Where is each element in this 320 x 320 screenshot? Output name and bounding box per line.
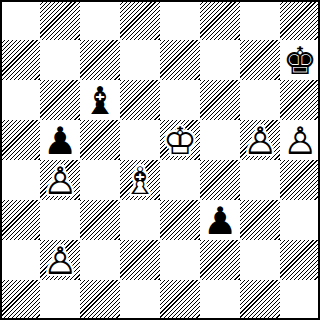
- square-c4[interactable]: [80, 160, 120, 200]
- piece-white-pawn[interactable]: ♟♙: [40, 160, 80, 200]
- square-b5[interactable]: ♟: [40, 120, 80, 160]
- piece-white-pawn[interactable]: ♟♙: [40, 240, 80, 280]
- square-a1[interactable]: [0, 280, 40, 320]
- pawn-glyph-outline: ♙: [40, 240, 80, 280]
- pawn-glyph-outline: ♙: [280, 120, 320, 160]
- bishop-glyph: ♝: [80, 80, 120, 120]
- square-c2[interactable]: [80, 240, 120, 280]
- square-a8[interactable]: [0, 0, 40, 40]
- square-a4[interactable]: [0, 160, 40, 200]
- chess-board: ♚♝♟♚♔♟♙♟♙♟♙♝♗♟♟♙: [0, 0, 320, 320]
- square-h5[interactable]: ♟♙: [280, 120, 320, 160]
- square-e2[interactable]: [160, 240, 200, 280]
- square-c6[interactable]: ♝: [80, 80, 120, 120]
- square-f4[interactable]: [200, 160, 240, 200]
- square-g8[interactable]: [240, 0, 280, 40]
- square-g3[interactable]: [240, 200, 280, 240]
- square-c7[interactable]: [80, 40, 120, 80]
- square-g2[interactable]: [240, 240, 280, 280]
- pawn-glyph-outline: ♙: [240, 120, 280, 160]
- square-h2[interactable]: [280, 240, 320, 280]
- square-b3[interactable]: [40, 200, 80, 240]
- pawn-glyph: ♟: [40, 120, 80, 160]
- square-f3[interactable]: ♟: [200, 200, 240, 240]
- piece-white-pawn[interactable]: ♟♙: [240, 120, 280, 160]
- square-e1[interactable]: [160, 280, 200, 320]
- square-e3[interactable]: [160, 200, 200, 240]
- square-g5[interactable]: ♟♙: [240, 120, 280, 160]
- square-g1[interactable]: [240, 280, 280, 320]
- square-h8[interactable]: [280, 0, 320, 40]
- king-glyph-outline: ♔: [160, 120, 200, 160]
- square-f7[interactable]: [200, 40, 240, 80]
- square-f6[interactable]: [200, 80, 240, 120]
- bishop-glyph-outline: ♗: [120, 160, 160, 200]
- square-b6[interactable]: [40, 80, 80, 120]
- square-d8[interactable]: [120, 0, 160, 40]
- square-e5[interactable]: ♚♔: [160, 120, 200, 160]
- square-h7[interactable]: ♚: [280, 40, 320, 80]
- piece-black-pawn[interactable]: ♟: [200, 200, 240, 240]
- square-d5[interactable]: [120, 120, 160, 160]
- square-a7[interactable]: [0, 40, 40, 80]
- square-d3[interactable]: [120, 200, 160, 240]
- piece-black-bishop[interactable]: ♝: [80, 80, 120, 120]
- square-e4[interactable]: [160, 160, 200, 200]
- square-h4[interactable]: [280, 160, 320, 200]
- square-a5[interactable]: [0, 120, 40, 160]
- square-b1[interactable]: [40, 280, 80, 320]
- square-b8[interactable]: [40, 0, 80, 40]
- piece-black-king[interactable]: ♚: [280, 40, 320, 80]
- square-c5[interactable]: [80, 120, 120, 160]
- square-e8[interactable]: [160, 0, 200, 40]
- square-d1[interactable]: [120, 280, 160, 320]
- square-d2[interactable]: [120, 240, 160, 280]
- square-h6[interactable]: [280, 80, 320, 120]
- square-g7[interactable]: [240, 40, 280, 80]
- square-c8[interactable]: [80, 0, 120, 40]
- square-e6[interactable]: [160, 80, 200, 120]
- square-b4[interactable]: ♟♙: [40, 160, 80, 200]
- square-d6[interactable]: [120, 80, 160, 120]
- square-b7[interactable]: [40, 40, 80, 80]
- square-b2[interactable]: ♟♙: [40, 240, 80, 280]
- square-a2[interactable]: [0, 240, 40, 280]
- square-f5[interactable]: [200, 120, 240, 160]
- square-c3[interactable]: [80, 200, 120, 240]
- square-f1[interactable]: [200, 280, 240, 320]
- square-h1[interactable]: [280, 280, 320, 320]
- king-glyph: ♚: [280, 40, 320, 80]
- piece-black-pawn[interactable]: ♟: [40, 120, 80, 160]
- pawn-glyph-outline: ♙: [40, 160, 80, 200]
- square-f8[interactable]: [200, 0, 240, 40]
- square-c1[interactable]: [80, 280, 120, 320]
- piece-white-pawn[interactable]: ♟♙: [280, 120, 320, 160]
- square-d4[interactable]: ♝♗: [120, 160, 160, 200]
- piece-white-bishop[interactable]: ♝♗: [120, 160, 160, 200]
- square-f2[interactable]: [200, 240, 240, 280]
- square-a3[interactable]: [0, 200, 40, 240]
- piece-white-king[interactable]: ♚♔: [160, 120, 200, 160]
- square-g6[interactable]: [240, 80, 280, 120]
- square-e7[interactable]: [160, 40, 200, 80]
- pawn-glyph: ♟: [200, 200, 240, 240]
- square-a6[interactable]: [0, 80, 40, 120]
- square-h3[interactable]: [280, 200, 320, 240]
- square-g4[interactable]: [240, 160, 280, 200]
- square-d7[interactable]: [120, 40, 160, 80]
